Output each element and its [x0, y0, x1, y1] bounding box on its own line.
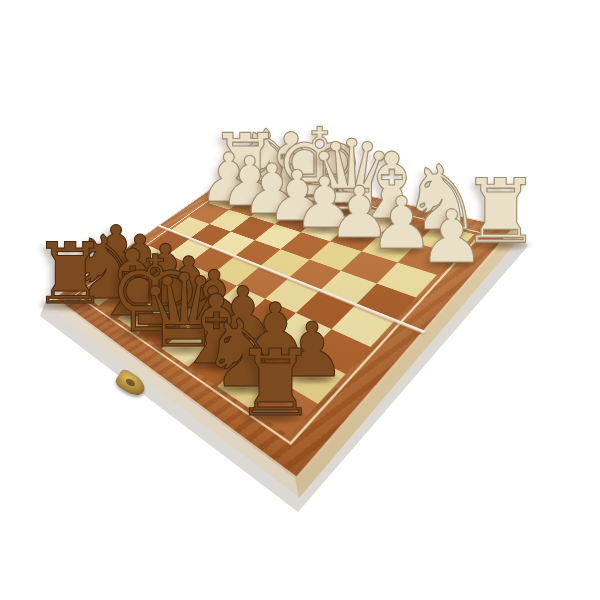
piece-black-rook-a8[interactable]: ♜ [234, 337, 317, 429]
pieces-layer: ♜♞♝♛♚♝♞♜♟♟♟♟♟♟♟♟♟♟♟♟♟♟♟♟♜♞♝♛♚♝♞♜ [0, 0, 600, 600]
piece-white-pawn-a2[interactable]: ♟ [419, 200, 485, 273]
chess-set-photo: ♜♞♝♛♚♝♞♜♟♟♟♟♟♟♟♟♟♟♟♟♟♟♟♟♜♞♝♛♚♝♞♜ [0, 0, 600, 600]
